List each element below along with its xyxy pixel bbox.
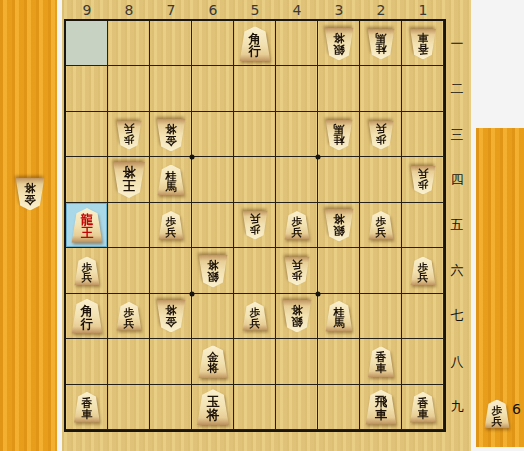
piece-kanji: 兵	[250, 214, 261, 225]
piece-sente-lance-99[interactable]: 香車	[74, 392, 101, 423]
piece-kanji: 歩	[292, 216, 303, 227]
piece-kanji: 行	[249, 45, 262, 58]
piece-sente-pawn-16[interactable]: 歩兵	[410, 256, 436, 285]
piece-kanji: 香	[376, 352, 387, 363]
piece-kanji: 歩	[292, 270, 303, 281]
file-label-9: 9	[77, 2, 97, 18]
piece-sente-dragon-95[interactable]: 龍王	[71, 208, 103, 243]
piece-layer: 角行銀将桂馬香車歩兵金将桂馬歩兵王将桂馬歩兵龍王歩兵歩兵歩兵銀将歩兵歩兵銀将歩兵…	[66, 21, 444, 430]
rank-label-7: 七	[447, 307, 467, 325]
piece-kanji: 歩	[492, 405, 503, 416]
piece-kanji: 兵	[166, 226, 177, 237]
piece-kanji: 金	[24, 193, 36, 205]
piece-kanji: 香	[418, 397, 429, 408]
piece-kanji: 王	[123, 179, 136, 192]
piece-kanji: 車	[82, 408, 93, 419]
piece-sente-pawn-87[interactable]: 歩兵	[116, 302, 142, 331]
piece-kanji: 将	[207, 363, 219, 375]
piece-sente-lance-19[interactable]: 香車	[410, 392, 437, 423]
piece-sente-bishop-97[interactable]: 角行	[71, 299, 103, 334]
piece-sente-pawn-75[interactable]: 歩兵	[158, 211, 184, 240]
piece-kanji: 歩	[418, 261, 429, 272]
hand-sente-pawn[interactable]: 歩兵	[484, 400, 510, 429]
piece-gote-lance-11[interactable]: 香車	[410, 28, 437, 59]
file-label-7: 7	[161, 2, 181, 18]
rank-label-6: 六	[447, 262, 467, 280]
piece-kanji: 兵	[418, 169, 429, 180]
piece-sente-pawn-45[interactable]: 歩兵	[284, 211, 310, 240]
piece-kanji: 歩	[250, 224, 261, 235]
piece-gote-knight-21[interactable]: 桂馬	[367, 28, 395, 59]
rank-label-2: 二	[447, 80, 467, 98]
piece-kanji: 兵	[124, 317, 135, 328]
piece-kanji: 歩	[376, 216, 387, 227]
piece-kanji: 将	[165, 122, 177, 134]
piece-gote-silver-31[interactable]: 銀将	[324, 27, 354, 60]
piece-kanji: 兵	[124, 123, 135, 134]
file-label-5: 5	[245, 2, 265, 18]
piece-gote-gold-77[interactable]: 金将	[156, 300, 186, 333]
piece-kanji: 歩	[82, 261, 93, 272]
piece-gote-pawn-83[interactable]: 歩兵	[116, 120, 142, 149]
piece-kanji: 将	[123, 166, 136, 179]
piece-kanji: 桂	[334, 134, 345, 145]
piece-kanji: 銀	[207, 270, 219, 282]
piece-gote-silver-35[interactable]: 銀将	[324, 209, 354, 242]
piece-gote-pawn-55[interactable]: 歩兵	[242, 211, 268, 240]
piece-kanji: 金	[165, 315, 177, 327]
piece-sente-knight-37[interactable]: 桂馬	[325, 301, 353, 332]
piece-kanji: 行	[81, 317, 94, 330]
file-label-2: 2	[371, 2, 391, 18]
piece-sente-king-69[interactable]: 玉将	[197, 389, 230, 425]
piece-kanji: 兵	[250, 317, 261, 328]
piece-gote-pawn-14[interactable]: 歩兵	[410, 166, 436, 195]
piece-kanji: 兵	[492, 415, 503, 426]
piece-kanji: 将	[207, 408, 220, 421]
piece-gote-silver-66[interactable]: 銀将	[198, 254, 228, 287]
piece-kanji: 桂	[166, 170, 177, 181]
piece-sente-rook-29[interactable]: 飛車	[365, 390, 397, 425]
shogi-app: 987654321 一二三四五六七八九 角行銀将桂馬香車歩兵金将桂馬歩兵王将桂馬…	[0, 0, 524, 451]
piece-kanji: 香	[82, 397, 93, 408]
piece-sente-pawn-96[interactable]: 歩兵	[74, 256, 100, 285]
rank-label-3: 三	[447, 126, 467, 144]
piece-kanji: 歩	[418, 179, 429, 190]
file-label-1: 1	[413, 2, 433, 18]
gote-piece-stand	[0, 0, 57, 451]
piece-kanji: 兵	[82, 272, 93, 283]
piece-kanji: 馬	[376, 32, 387, 43]
rank-label-5: 五	[447, 216, 467, 234]
piece-kanji: 銀	[333, 224, 345, 236]
piece-kanji: 将	[165, 304, 177, 316]
piece-kanji: 兵	[292, 226, 303, 237]
piece-kanji: 桂	[334, 306, 345, 317]
piece-kanji: 兵	[418, 272, 429, 283]
piece-kanji: 歩	[166, 216, 177, 227]
sente-hand-pawn-count: 6	[512, 401, 521, 417]
piece-kanji: 銀	[291, 315, 303, 327]
piece-kanji: 馬	[334, 123, 345, 134]
rank-label-8: 八	[447, 353, 467, 371]
file-label-6: 6	[203, 2, 223, 18]
piece-gote-pawn-46[interactable]: 歩兵	[284, 256, 310, 285]
piece-kanji: 兵	[376, 123, 387, 134]
piece-sente-lance-28[interactable]: 香車	[368, 346, 395, 377]
piece-kanji: 歩	[376, 134, 387, 145]
piece-gote-silver-47[interactable]: 銀将	[282, 300, 312, 333]
piece-sente-bishop-51[interactable]: 角行	[239, 26, 271, 61]
piece-sente-gold-68[interactable]: 金将	[198, 345, 228, 378]
rank-label-9: 九	[447, 398, 467, 416]
piece-gote-king-84[interactable]: 王将	[113, 162, 146, 198]
piece-kanji: 桂	[376, 43, 387, 54]
hand-gote-gold[interactable]: 金将	[15, 178, 45, 211]
rank-label-4: 四	[447, 171, 467, 189]
piece-kanji: 車	[418, 32, 429, 43]
piece-sente-pawn-57[interactable]: 歩兵	[242, 302, 268, 331]
piece-kanji: 車	[376, 363, 387, 374]
piece-gote-knight-33[interactable]: 桂馬	[325, 119, 353, 150]
piece-sente-pawn-25[interactable]: 歩兵	[368, 211, 394, 240]
piece-kanji: 歩	[250, 307, 261, 318]
piece-kanji: 将	[24, 182, 36, 194]
piece-gote-pawn-23[interactable]: 歩兵	[368, 120, 394, 149]
piece-kanji: 兵	[292, 259, 303, 270]
piece-kanji: 将	[333, 213, 345, 225]
piece-kanji: 香	[418, 43, 429, 54]
piece-gote-gold-73[interactable]: 金将	[156, 118, 186, 151]
file-label-8: 8	[119, 2, 139, 18]
piece-kanji: 馬	[166, 181, 177, 192]
piece-kanji: 車	[418, 408, 429, 419]
piece-kanji: 将	[207, 258, 219, 270]
piece-kanji: 車	[375, 408, 388, 421]
piece-kanji: 兵	[376, 226, 387, 237]
file-label-3: 3	[329, 2, 349, 18]
rank-label-1: 一	[447, 35, 467, 53]
piece-kanji: 歩	[124, 134, 135, 145]
file-label-4: 4	[287, 2, 307, 18]
piece-kanji: 将	[291, 304, 303, 316]
piece-kanji: 馬	[334, 317, 345, 328]
piece-kanji: 歩	[124, 307, 135, 318]
piece-kanji: 王	[81, 226, 94, 239]
piece-sente-knight-74[interactable]: 桂馬	[157, 165, 185, 196]
piece-kanji: 将	[333, 31, 345, 43]
